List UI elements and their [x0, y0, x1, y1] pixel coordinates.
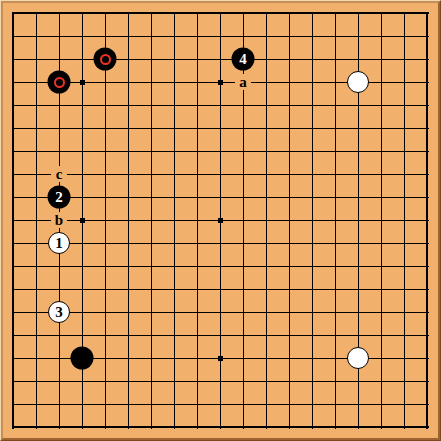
grid-line-horizontal — [12, 243, 429, 244]
black-stone-move-4: 4 — [232, 48, 255, 71]
grid-line-vertical — [404, 12, 405, 429]
stone-move-number: 1 — [55, 236, 63, 251]
white-stone — [347, 347, 369, 369]
point-label-c: c — [51, 166, 67, 182]
black-stone-circled — [48, 71, 71, 94]
circle-mark — [100, 54, 111, 65]
white-stone — [347, 71, 369, 93]
circle-mark — [54, 77, 65, 88]
grid-line-horizontal — [12, 404, 429, 405]
white-stone-move-1: 1 — [48, 232, 70, 254]
star-point — [218, 218, 223, 223]
go-board: abc4213 — [0, 0, 441, 441]
grid-line-horizontal — [12, 266, 429, 267]
grid-line-horizontal — [12, 426, 429, 428]
grid-line-horizontal — [12, 335, 429, 336]
grid-line-vertical — [312, 12, 313, 429]
grid-line-horizontal — [12, 312, 429, 313]
grid-line-vertical — [381, 12, 382, 429]
grid-line-horizontal — [12, 381, 429, 382]
grid-line-vertical — [426, 12, 428, 429]
grid-line-vertical — [289, 12, 290, 429]
star-point — [80, 218, 85, 223]
white-stone-move-3: 3 — [48, 301, 70, 323]
black-stone — [71, 347, 94, 370]
star-point — [218, 356, 223, 361]
point-label-a: a — [235, 74, 251, 90]
grid-line-horizontal — [12, 289, 429, 290]
go-board-diagram: abc4213 — [0, 0, 441, 441]
black-stone-circled — [94, 48, 117, 71]
star-point — [218, 80, 223, 85]
point-label-b: b — [51, 212, 67, 228]
star-point — [80, 80, 85, 85]
stone-move-number: 2 — [55, 190, 63, 205]
black-stone-move-2: 2 — [48, 186, 71, 209]
grid-line-vertical — [266, 12, 267, 429]
stone-move-number: 3 — [55, 305, 63, 320]
grid-line-vertical — [335, 12, 336, 429]
stone-move-number: 4 — [239, 52, 247, 67]
